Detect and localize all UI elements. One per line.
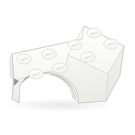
product-image: White LEGO mudguard plate 2 x 4 with whe… xyxy=(0,0,135,135)
stud-lower: LEGO xyxy=(29,69,44,79)
stud-raised: LEGO xyxy=(104,39,119,49)
stud-lower: LEGO xyxy=(53,63,68,73)
stud-lower: LEGO xyxy=(42,49,57,59)
stud-raised: LEGO xyxy=(87,28,102,38)
part-body xyxy=(10,26,124,103)
stud-raised: LEGO xyxy=(81,52,96,62)
stud-raised: LEGO xyxy=(68,40,83,50)
lego-part-render: White LEGO mudguard plate 2 x 4 with whe… xyxy=(0,0,135,135)
stud-lower: LEGO xyxy=(17,54,32,64)
